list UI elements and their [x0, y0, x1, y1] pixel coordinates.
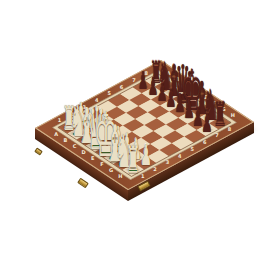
pieces-layer: ♜♞♝♛♚♝♞♜♟♟♟♟♟♟♟♟♟♟♟♟♟♟♟♟♜♞♝♛♚♝♞♜: [0, 0, 265, 265]
chess-set-product-photo: AABBCCDDEEFFGGHH1122334455667788 ♜♞♝♛♚♝♞…: [0, 0, 265, 265]
black-pawn-a7: ♟: [138, 68, 148, 93]
white-rook-h1: ♜: [126, 142, 141, 179]
black-rook-h8: ♜: [213, 97, 226, 131]
white-pawn-h2: ♟: [140, 141, 152, 170]
black-pawn-h7: ♟: [202, 109, 213, 136]
